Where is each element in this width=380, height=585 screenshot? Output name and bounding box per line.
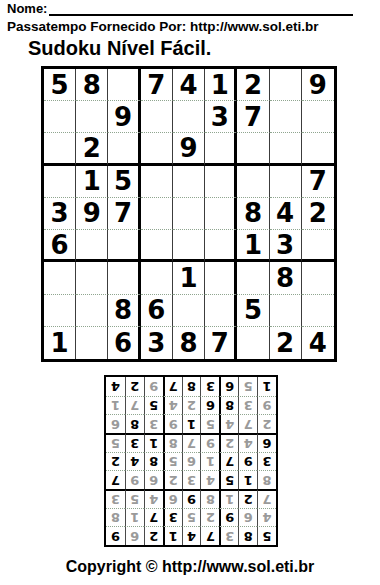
solution-cell-r3c3: 1 xyxy=(219,489,238,508)
solution-cell-r9c5: 8 xyxy=(182,377,201,396)
puzzle-cell-r3c3[interactable] xyxy=(108,133,140,165)
solution-cell-r5c6: 5 xyxy=(163,452,182,471)
puzzle-cell-r8c4: 6 xyxy=(141,295,173,327)
solution-cell-r3c7: 4 xyxy=(144,489,163,508)
puzzle-cell-r6c8: 3 xyxy=(270,230,302,262)
puzzle-cell-r4c9: 7 xyxy=(302,166,334,198)
puzzle-cell-r4c6[interactable] xyxy=(205,166,237,198)
puzzle-cell-r1c5: 4 xyxy=(173,69,205,101)
solution-cell-r1c7: 2 xyxy=(144,526,163,545)
puzzle-cell-r1c9: 9 xyxy=(302,69,334,101)
puzzle-cell-r7c4[interactable] xyxy=(141,262,173,294)
solution-cell-r7c7: 3 xyxy=(144,414,163,433)
solution-cell-r4c6: 2 xyxy=(163,470,182,489)
puzzle-cell-r5c4[interactable] xyxy=(141,198,173,230)
solution-cell-r1c4: 7 xyxy=(200,526,219,545)
puzzle-cell-r7c8: 8 xyxy=(270,262,302,294)
puzzle-cell-r4c3: 5 xyxy=(108,166,140,198)
puzzle-cell-r7c6[interactable] xyxy=(205,262,237,294)
solution-cell-r2c8: 1 xyxy=(125,508,144,527)
puzzle-cell-r1c4: 7 xyxy=(141,69,173,101)
puzzle-cell-r6c7: 1 xyxy=(237,230,269,262)
puzzle-cell-r2c3: 9 xyxy=(108,101,140,133)
puzzle-cell-r3c4[interactable] xyxy=(141,133,173,165)
solution-cell-r6c6: 8 xyxy=(163,433,182,452)
puzzle-cell-r9c5: 8 xyxy=(173,327,205,359)
puzzle-cell-r6c5[interactable] xyxy=(173,230,205,262)
puzzle-cell-r8c6[interactable] xyxy=(205,295,237,327)
solution-cell-r8c7: 5 xyxy=(144,396,163,415)
solution-cell-r6c3: 2 xyxy=(219,433,238,452)
solution-cell-r7c1: 2 xyxy=(257,414,276,433)
puzzle-cell-r7c9[interactable] xyxy=(302,262,334,294)
name-blank-line[interactable] xyxy=(49,1,353,16)
solution-cell-r5c8: 4 xyxy=(125,452,144,471)
puzzle-cell-r1c7: 2 xyxy=(237,69,269,101)
solution-cell-r2c5: 5 xyxy=(182,508,201,527)
solution-cell-r3c2: 2 xyxy=(238,489,257,508)
puzzle-cell-r5c3: 7 xyxy=(108,198,140,230)
puzzle-cell-r4c4[interactable] xyxy=(141,166,173,198)
solution-cell-r3c6: 6 xyxy=(163,489,182,508)
solution-cell-r6c9: 5 xyxy=(106,433,125,452)
puzzle-cell-r6c4[interactable] xyxy=(141,230,173,262)
puzzle-cell-r4c8[interactable] xyxy=(270,166,302,198)
solution-cell-r7c4: 5 xyxy=(200,414,219,433)
puzzle-cell-r9c9: 4 xyxy=(302,327,334,359)
puzzle-cell-r9c1: 1 xyxy=(44,327,76,359)
sudoku-puzzle-grid: 587412993729157397842613188651638724 xyxy=(41,66,337,362)
solution-cell-r9c9: 4 xyxy=(106,377,125,396)
puzzle-cell-r3c1[interactable] xyxy=(44,133,76,165)
puzzle-cell-r6c1: 6 xyxy=(44,230,76,262)
solution-cell-r6c1: 6 xyxy=(257,433,276,452)
solution-cell-r4c5: 3 xyxy=(182,470,201,489)
solution-cell-r9c8: 2 xyxy=(125,377,144,396)
puzzle-cell-r2c6: 3 xyxy=(205,101,237,133)
puzzle-cell-r1c1: 5 xyxy=(44,69,76,101)
puzzle-cell-r7c3[interactable] xyxy=(108,262,140,294)
puzzle-cell-r3c5: 9 xyxy=(173,133,205,165)
solution-cell-r7c8: 8 xyxy=(125,414,144,433)
puzzle-cell-r9c6: 7 xyxy=(205,327,237,359)
solution-cell-r4c4: 4 xyxy=(200,470,219,489)
puzzle-cell-r3c6[interactable] xyxy=(205,133,237,165)
solution-cell-r7c6: 9 xyxy=(163,414,182,433)
solution-cell-r9c4: 3 xyxy=(200,377,219,396)
puzzle-cell-r2c5[interactable] xyxy=(173,101,205,133)
solution-cell-r7c5: 1 xyxy=(182,414,201,433)
puzzle-cell-r1c8[interactable] xyxy=(270,69,302,101)
puzzle-cell-r5c6[interactable] xyxy=(205,198,237,230)
puzzle-cell-r9c3: 6 xyxy=(108,327,140,359)
puzzle-cell-r2c2[interactable] xyxy=(76,101,108,133)
puzzle-cell-r8c2[interactable] xyxy=(76,295,108,327)
solution-cell-r6c8: 3 xyxy=(125,433,144,452)
sudoku-solution-grid: 5837412694692537187218964538154326973971… xyxy=(104,375,278,547)
puzzle-cell-r4c5[interactable] xyxy=(173,166,205,198)
solution-cell-r8c8: 7 xyxy=(125,396,144,415)
solution-cell-r4c2: 1 xyxy=(238,470,257,489)
puzzle-cell-r4c7[interactable] xyxy=(237,166,269,198)
solution-cell-r5c3: 7 xyxy=(219,452,238,471)
solution-cell-r8c9: 1 xyxy=(106,396,125,415)
puzzle-cell-r5c8: 4 xyxy=(270,198,302,230)
solution-cell-r2c2: 6 xyxy=(238,508,257,527)
solution-cell-r7c2: 7 xyxy=(238,414,257,433)
puzzle-cell-r5c7: 8 xyxy=(237,198,269,230)
solution-cell-r6c7: 1 xyxy=(144,433,163,452)
puzzle-cell-r3c2: 2 xyxy=(76,133,108,165)
puzzle-cell-r2c7: 7 xyxy=(237,101,269,133)
solution-cell-r8c6: 4 xyxy=(163,396,182,415)
puzzle-cell-r6c6[interactable] xyxy=(205,230,237,262)
solution-cell-r1c9: 9 xyxy=(106,526,125,545)
solution-cell-r1c2: 8 xyxy=(238,526,257,545)
puzzle-cell-r6c9[interactable] xyxy=(302,230,334,262)
solution-cell-r9c6: 7 xyxy=(163,377,182,396)
provider-text: Passatempo Fornecido Por: http://www.sol… xyxy=(7,19,319,34)
puzzle-cell-r5c5[interactable] xyxy=(173,198,205,230)
solution-cell-r1c3: 3 xyxy=(219,526,238,545)
puzzle-cell-r8c5[interactable] xyxy=(173,295,205,327)
solution-cell-r5c9: 2 xyxy=(106,452,125,471)
solution-cell-r9c2: 5 xyxy=(238,377,257,396)
solution-cell-r5c5: 6 xyxy=(182,452,201,471)
solution-cell-r8c4: 6 xyxy=(200,396,219,415)
solution-cell-r2c1: 4 xyxy=(257,508,276,527)
puzzle-cell-r8c3: 8 xyxy=(108,295,140,327)
puzzle-cell-r5c2: 9 xyxy=(76,198,108,230)
puzzle-cell-r1c6: 1 xyxy=(205,69,237,101)
solution-cell-r2c9: 8 xyxy=(106,508,125,527)
solution-cell-r3c1: 7 xyxy=(257,489,276,508)
puzzle-cell-r9c2[interactable] xyxy=(76,327,108,359)
solution-cell-r6c5: 7 xyxy=(182,433,201,452)
solution-cell-r7c3: 4 xyxy=(219,414,238,433)
solution-cell-r3c8: 5 xyxy=(125,489,144,508)
puzzle-cell-r7c2[interactable] xyxy=(76,262,108,294)
solution-cell-r1c8: 6 xyxy=(125,526,144,545)
solution-cell-r1c6: 1 xyxy=(163,526,182,545)
solution-cell-r4c3: 5 xyxy=(219,470,238,489)
puzzle-cell-r2c9[interactable] xyxy=(302,101,334,133)
puzzle-cell-r3c7[interactable] xyxy=(237,133,269,165)
solution-cell-r3c4: 8 xyxy=(200,489,219,508)
solution-cell-r5c2: 9 xyxy=(238,452,257,471)
puzzle-cell-r7c5: 1 xyxy=(173,262,205,294)
solution-cell-r3c9: 3 xyxy=(106,489,125,508)
solution-cell-r1c1: 5 xyxy=(257,526,276,545)
page-title: Sudoku Nível Fácil. xyxy=(28,37,211,60)
puzzle-cell-r3c9[interactable] xyxy=(302,133,334,165)
puzzle-cell-r1c2: 8 xyxy=(76,69,108,101)
solution-cell-r3c5: 9 xyxy=(182,489,201,508)
solution-cell-r4c1: 8 xyxy=(257,470,276,489)
solution-cell-r9c3: 6 xyxy=(219,377,238,396)
puzzle-cell-r8c8[interactable] xyxy=(270,295,302,327)
name-label: Nome: xyxy=(7,1,47,16)
solution-cell-r9c7: 9 xyxy=(144,377,163,396)
puzzle-cell-r4c1[interactable] xyxy=(44,166,76,198)
solution-cell-r5c7: 8 xyxy=(144,452,163,471)
puzzle-cell-r2c1[interactable] xyxy=(44,101,76,133)
puzzle-cell-r6c2[interactable] xyxy=(76,230,108,262)
solution-cell-r8c1: 9 xyxy=(257,396,276,415)
puzzle-cell-r2c4[interactable] xyxy=(141,101,173,133)
puzzle-cell-r6c3[interactable] xyxy=(108,230,140,262)
solution-cell-r8c3: 8 xyxy=(219,396,238,415)
puzzle-cell-r9c4: 3 xyxy=(141,327,173,359)
solution-cell-r7c9: 6 xyxy=(106,414,125,433)
puzzle-cell-r3c8[interactable] xyxy=(270,133,302,165)
solution-cell-r8c2: 3 xyxy=(238,396,257,415)
solution-cell-r5c4: 1 xyxy=(200,452,219,471)
solution-cell-r6c4: 9 xyxy=(200,433,219,452)
solution-cell-r4c9: 7 xyxy=(106,470,125,489)
puzzle-cell-r5c9: 2 xyxy=(302,198,334,230)
puzzle-cell-r8c7: 5 xyxy=(237,295,269,327)
puzzle-cell-r5c1: 3 xyxy=(44,198,76,230)
puzzle-cell-r4c2: 1 xyxy=(76,166,108,198)
solution-cell-r1c5: 4 xyxy=(182,526,201,545)
copyright-text: Copyright © http://www.sol.eti.br xyxy=(0,558,380,576)
puzzle-cell-r8c1[interactable] xyxy=(44,295,76,327)
solution-cell-r6c2: 4 xyxy=(238,433,257,452)
puzzle-cell-r1c3[interactable] xyxy=(108,69,140,101)
puzzle-cell-r7c7[interactable] xyxy=(237,262,269,294)
solution-cell-r4c8: 9 xyxy=(125,470,144,489)
solution-cell-r9c1: 1 xyxy=(257,377,276,396)
puzzle-cell-r8c9[interactable] xyxy=(302,295,334,327)
solution-cell-r2c7: 7 xyxy=(144,508,163,527)
solution-cell-r4c7: 6 xyxy=(144,470,163,489)
name-line: Nome: xyxy=(7,1,353,16)
puzzle-cell-r9c8: 2 xyxy=(270,327,302,359)
solution-cell-r2c3: 9 xyxy=(219,508,238,527)
solution-cell-r2c6: 3 xyxy=(163,508,182,527)
solution-cell-r8c5: 2 xyxy=(182,396,201,415)
puzzle-cell-r7c1[interactable] xyxy=(44,262,76,294)
puzzle-cell-r2c8[interactable] xyxy=(270,101,302,133)
puzzle-cell-r9c7[interactable] xyxy=(237,327,269,359)
solution-cell-r2c4: 2 xyxy=(200,508,219,527)
solution-cell-r5c1: 3 xyxy=(257,452,276,471)
